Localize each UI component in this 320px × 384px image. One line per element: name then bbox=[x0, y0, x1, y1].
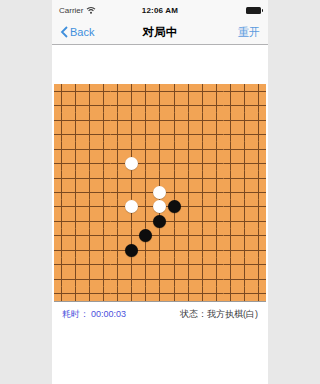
board-point[interactable] bbox=[209, 84, 223, 98]
board-point[interactable] bbox=[96, 272, 110, 286]
board-point[interactable] bbox=[238, 214, 252, 228]
board-point[interactable] bbox=[82, 229, 96, 243]
status-value: 我方执棋(白) bbox=[207, 309, 258, 319]
board-point[interactable] bbox=[195, 272, 209, 286]
board-point[interactable] bbox=[54, 258, 68, 272]
board-point[interactable] bbox=[167, 214, 181, 228]
board-point[interactable] bbox=[139, 171, 153, 185]
board-point[interactable] bbox=[96, 243, 110, 257]
info-bar: 耗时：00:00:03 状态：我方执棋(白) bbox=[52, 308, 268, 321]
board-point[interactable] bbox=[167, 113, 181, 127]
board-point[interactable] bbox=[54, 214, 68, 228]
board-point[interactable] bbox=[68, 243, 82, 257]
board-point[interactable] bbox=[68, 200, 82, 214]
board-point[interactable] bbox=[82, 84, 96, 98]
board-point[interactable] bbox=[139, 258, 153, 272]
status-bar: Carrier 12:06 AM bbox=[52, 0, 268, 20]
board-point[interactable] bbox=[181, 243, 195, 257]
board-point[interactable] bbox=[153, 171, 167, 185]
board-point[interactable] bbox=[153, 214, 167, 228]
board-point[interactable] bbox=[238, 156, 252, 170]
board-point[interactable] bbox=[153, 287, 167, 301]
board-point[interactable] bbox=[252, 113, 266, 127]
board-point[interactable] bbox=[238, 287, 252, 301]
board-point[interactable] bbox=[195, 84, 209, 98]
board-point[interactable] bbox=[125, 171, 139, 185]
board-point[interactable] bbox=[96, 171, 110, 185]
board-point[interactable] bbox=[111, 156, 125, 170]
board-point[interactable] bbox=[82, 142, 96, 156]
board-point[interactable] bbox=[82, 214, 96, 228]
board-point[interactable] bbox=[111, 272, 125, 286]
board-point[interactable] bbox=[181, 200, 195, 214]
board-point[interactable] bbox=[68, 287, 82, 301]
board-point[interactable] bbox=[54, 229, 68, 243]
board-point[interactable] bbox=[195, 200, 209, 214]
board-point[interactable] bbox=[209, 171, 223, 185]
board-point[interactable] bbox=[54, 185, 68, 199]
board-point[interactable] bbox=[167, 171, 181, 185]
board-point[interactable] bbox=[238, 243, 252, 257]
board-point[interactable] bbox=[111, 127, 125, 141]
board-point[interactable] bbox=[224, 171, 238, 185]
board-point[interactable] bbox=[238, 185, 252, 199]
stone-white bbox=[125, 200, 138, 213]
board-point[interactable] bbox=[224, 229, 238, 243]
stone-white bbox=[125, 157, 138, 170]
board-point[interactable] bbox=[238, 200, 252, 214]
board-point[interactable] bbox=[54, 272, 68, 286]
board-point[interactable] bbox=[82, 171, 96, 185]
board-point[interactable] bbox=[111, 287, 125, 301]
board-point[interactable] bbox=[209, 229, 223, 243]
board-point[interactable] bbox=[209, 214, 223, 228]
board-point[interactable] bbox=[224, 84, 238, 98]
board-point[interactable] bbox=[139, 200, 153, 214]
board-point[interactable] bbox=[96, 185, 110, 199]
board-point[interactable] bbox=[224, 272, 238, 286]
board-point[interactable] bbox=[195, 214, 209, 228]
board-point[interactable] bbox=[209, 113, 223, 127]
stone-black bbox=[139, 229, 152, 242]
board-point[interactable] bbox=[54, 156, 68, 170]
board-point[interactable] bbox=[209, 185, 223, 199]
board-point[interactable] bbox=[209, 156, 223, 170]
board-point[interactable] bbox=[181, 214, 195, 228]
board-point[interactable] bbox=[252, 185, 266, 199]
board-point[interactable] bbox=[181, 272, 195, 286]
carrier-area: Carrier bbox=[59, 6, 96, 15]
board-point[interactable] bbox=[167, 127, 181, 141]
board-point[interactable] bbox=[238, 258, 252, 272]
board-point[interactable] bbox=[54, 200, 68, 214]
elapsed-value: 00:00:03 bbox=[91, 309, 126, 319]
board-point[interactable] bbox=[153, 200, 167, 214]
board-point[interactable] bbox=[181, 258, 195, 272]
board-point[interactable] bbox=[195, 142, 209, 156]
board-point[interactable] bbox=[209, 272, 223, 286]
board-point[interactable] bbox=[139, 287, 153, 301]
board-point[interactable] bbox=[181, 287, 195, 301]
board-point[interactable] bbox=[195, 127, 209, 141]
board-point[interactable] bbox=[125, 185, 139, 199]
board-point[interactable] bbox=[181, 171, 195, 185]
back-button[interactable]: Back bbox=[60, 26, 94, 38]
board-point[interactable] bbox=[238, 272, 252, 286]
board-point[interactable] bbox=[111, 171, 125, 185]
board-point[interactable] bbox=[96, 127, 110, 141]
wifi-icon bbox=[86, 6, 96, 14]
board-point[interactable] bbox=[252, 156, 266, 170]
board-point[interactable] bbox=[224, 142, 238, 156]
board-point[interactable] bbox=[111, 229, 125, 243]
board-point[interactable] bbox=[111, 84, 125, 98]
board-point[interactable] bbox=[68, 272, 82, 286]
board-point[interactable] bbox=[125, 84, 139, 98]
board-point[interactable] bbox=[111, 243, 125, 257]
board-point[interactable] bbox=[96, 113, 110, 127]
board-point[interactable] bbox=[139, 156, 153, 170]
board-point[interactable] bbox=[224, 258, 238, 272]
board-point[interactable] bbox=[96, 156, 110, 170]
board-point[interactable] bbox=[238, 142, 252, 156]
board-point[interactable] bbox=[82, 258, 96, 272]
board-point[interactable] bbox=[252, 98, 266, 112]
board-point[interactable] bbox=[68, 113, 82, 127]
board-point[interactable] bbox=[195, 287, 209, 301]
board-point[interactable] bbox=[54, 243, 68, 257]
board-point[interactable] bbox=[153, 272, 167, 286]
board-point[interactable] bbox=[167, 229, 181, 243]
board-point[interactable] bbox=[238, 229, 252, 243]
board-point[interactable] bbox=[125, 113, 139, 127]
board-point[interactable] bbox=[224, 243, 238, 257]
board-point[interactable] bbox=[54, 287, 68, 301]
board-point[interactable] bbox=[82, 287, 96, 301]
board-point[interactable] bbox=[224, 214, 238, 228]
elapsed-time: 耗时：00:00:03 bbox=[62, 308, 126, 321]
board-point[interactable] bbox=[224, 156, 238, 170]
board-point[interactable] bbox=[209, 98, 223, 112]
board-point[interactable] bbox=[209, 287, 223, 301]
board-point[interactable] bbox=[68, 229, 82, 243]
board-point[interactable] bbox=[125, 214, 139, 228]
board-point[interactable] bbox=[153, 185, 167, 199]
board-point[interactable] bbox=[139, 127, 153, 141]
board-point[interactable] bbox=[125, 98, 139, 112]
board-point[interactable] bbox=[153, 258, 167, 272]
board-point[interactable] bbox=[167, 258, 181, 272]
board-point[interactable] bbox=[224, 200, 238, 214]
board-point[interactable] bbox=[68, 84, 82, 98]
board-point[interactable] bbox=[139, 229, 153, 243]
board-point[interactable] bbox=[181, 142, 195, 156]
board-point[interactable] bbox=[153, 84, 167, 98]
board-point[interactable] bbox=[139, 185, 153, 199]
board-point[interactable] bbox=[125, 287, 139, 301]
board-point[interactable] bbox=[82, 98, 96, 112]
board-point[interactable] bbox=[195, 113, 209, 127]
board-point[interactable] bbox=[54, 127, 68, 141]
carrier-label: Carrier bbox=[59, 6, 83, 15]
board-point[interactable] bbox=[153, 243, 167, 257]
board-point[interactable] bbox=[68, 214, 82, 228]
board-point[interactable] bbox=[125, 258, 139, 272]
battery-icon bbox=[246, 7, 261, 14]
board-point[interactable] bbox=[181, 98, 195, 112]
board-point[interactable] bbox=[167, 287, 181, 301]
board-point[interactable] bbox=[209, 258, 223, 272]
game-status: 状态：我方执棋(白) bbox=[180, 308, 258, 321]
board-point[interactable] bbox=[195, 98, 209, 112]
restart-button[interactable]: 重开 bbox=[238, 25, 260, 40]
stone-white bbox=[153, 200, 166, 213]
board-point[interactable] bbox=[139, 214, 153, 228]
back-chevron-icon bbox=[60, 26, 68, 38]
board-point[interactable] bbox=[252, 258, 266, 272]
board-point[interactable] bbox=[195, 171, 209, 185]
board-point[interactable] bbox=[167, 98, 181, 112]
board-point[interactable] bbox=[252, 84, 266, 98]
stone-black bbox=[153, 215, 166, 228]
board-point[interactable] bbox=[252, 171, 266, 185]
board-point[interactable] bbox=[238, 113, 252, 127]
status-label: 状态： bbox=[180, 309, 207, 319]
board-point[interactable] bbox=[111, 142, 125, 156]
board-point[interactable] bbox=[209, 243, 223, 257]
board-point[interactable] bbox=[167, 200, 181, 214]
board-point[interactable] bbox=[195, 243, 209, 257]
board-point[interactable] bbox=[68, 127, 82, 141]
board-point[interactable] bbox=[96, 98, 110, 112]
board-point[interactable] bbox=[111, 214, 125, 228]
board-point[interactable] bbox=[195, 229, 209, 243]
board-point[interactable] bbox=[167, 272, 181, 286]
board-point[interactable] bbox=[238, 84, 252, 98]
board-point[interactable] bbox=[68, 142, 82, 156]
board-point[interactable] bbox=[96, 142, 110, 156]
board-point[interactable] bbox=[238, 127, 252, 141]
board-point[interactable] bbox=[54, 98, 68, 112]
board-point[interactable] bbox=[139, 272, 153, 286]
board-point[interactable] bbox=[238, 98, 252, 112]
board-point[interactable] bbox=[139, 243, 153, 257]
board-point[interactable] bbox=[252, 214, 266, 228]
board-point[interactable] bbox=[209, 142, 223, 156]
board-point[interactable] bbox=[167, 185, 181, 199]
board-point[interactable] bbox=[224, 185, 238, 199]
board-point[interactable] bbox=[111, 200, 125, 214]
board-point[interactable] bbox=[209, 200, 223, 214]
board-point[interactable] bbox=[181, 156, 195, 170]
board-point[interactable] bbox=[224, 127, 238, 141]
board-point[interactable] bbox=[125, 243, 139, 257]
board-point[interactable] bbox=[167, 84, 181, 98]
board-point[interactable] bbox=[82, 200, 96, 214]
board-point[interactable] bbox=[82, 113, 96, 127]
app-window: Carrier 12:06 AM Back 对局中 重开 耗时：00:00:03… bbox=[52, 0, 268, 384]
board-point[interactable] bbox=[181, 127, 195, 141]
board-point[interactable] bbox=[68, 185, 82, 199]
board-point[interactable] bbox=[153, 229, 167, 243]
board-point[interactable] bbox=[96, 258, 110, 272]
board-point[interactable] bbox=[68, 98, 82, 112]
board-point[interactable] bbox=[153, 127, 167, 141]
board-point[interactable] bbox=[96, 214, 110, 228]
stone-black bbox=[125, 244, 138, 257]
board-point[interactable] bbox=[111, 113, 125, 127]
board-point[interactable] bbox=[82, 243, 96, 257]
board-point[interactable] bbox=[125, 156, 139, 170]
board-point[interactable] bbox=[167, 243, 181, 257]
board-point[interactable] bbox=[139, 98, 153, 112]
board-point[interactable] bbox=[195, 258, 209, 272]
board-point[interactable] bbox=[181, 229, 195, 243]
board-point[interactable] bbox=[111, 98, 125, 112]
board-point[interactable] bbox=[68, 156, 82, 170]
board-point[interactable] bbox=[96, 84, 110, 98]
board-point[interactable] bbox=[153, 98, 167, 112]
board-point[interactable] bbox=[96, 287, 110, 301]
board-point[interactable] bbox=[167, 142, 181, 156]
board-point[interactable] bbox=[181, 113, 195, 127]
board-point[interactable] bbox=[96, 200, 110, 214]
board-point[interactable] bbox=[125, 142, 139, 156]
board bbox=[54, 84, 266, 302]
stone-black bbox=[168, 200, 181, 213]
board-point[interactable] bbox=[139, 84, 153, 98]
board-point[interactable] bbox=[209, 127, 223, 141]
board-point[interactable] bbox=[68, 171, 82, 185]
board-point[interactable] bbox=[68, 258, 82, 272]
board-point[interactable] bbox=[238, 171, 252, 185]
board-point[interactable] bbox=[54, 171, 68, 185]
board-point[interactable] bbox=[224, 287, 238, 301]
back-label: Back bbox=[70, 26, 94, 38]
nav-bar: Back 对局中 重开 bbox=[52, 20, 268, 45]
board-point[interactable] bbox=[252, 142, 266, 156]
board-point[interactable] bbox=[54, 113, 68, 127]
board-point[interactable] bbox=[153, 156, 167, 170]
board-point[interactable] bbox=[111, 258, 125, 272]
board-point[interactable] bbox=[54, 84, 68, 98]
board-point[interactable] bbox=[195, 156, 209, 170]
board-point[interactable] bbox=[181, 84, 195, 98]
stone-white bbox=[153, 186, 166, 199]
board-point[interactable] bbox=[82, 272, 96, 286]
board-point[interactable] bbox=[153, 113, 167, 127]
board-point[interactable] bbox=[125, 127, 139, 141]
board-point[interactable] bbox=[139, 113, 153, 127]
board-point[interactable] bbox=[252, 272, 266, 286]
board-point[interactable] bbox=[125, 229, 139, 243]
board-point[interactable] bbox=[82, 156, 96, 170]
board-point[interactable] bbox=[125, 200, 139, 214]
board-point[interactable] bbox=[252, 229, 266, 243]
board-point[interactable] bbox=[139, 142, 153, 156]
board-point[interactable] bbox=[82, 185, 96, 199]
board-point[interactable] bbox=[252, 127, 266, 141]
board-point[interactable] bbox=[111, 185, 125, 199]
board-point[interactable] bbox=[96, 229, 110, 243]
board-point[interactable] bbox=[252, 243, 266, 257]
board-point[interactable] bbox=[181, 185, 195, 199]
board-point[interactable] bbox=[167, 156, 181, 170]
elapsed-label: 耗时： bbox=[62, 309, 89, 319]
board-point[interactable] bbox=[252, 287, 266, 301]
board-point[interactable] bbox=[195, 185, 209, 199]
board-point[interactable] bbox=[252, 200, 266, 214]
board-point[interactable] bbox=[224, 113, 238, 127]
board-point[interactable] bbox=[153, 142, 167, 156]
board-point[interactable] bbox=[54, 142, 68, 156]
board-point[interactable] bbox=[125, 272, 139, 286]
board-point[interactable] bbox=[224, 98, 238, 112]
board-point[interactable] bbox=[82, 127, 96, 141]
